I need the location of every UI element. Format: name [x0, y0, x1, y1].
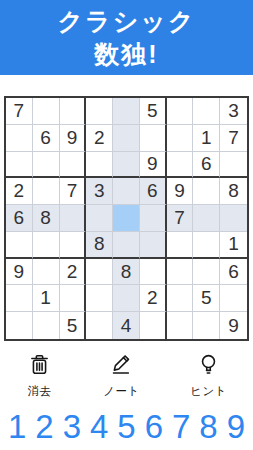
cell-r3c3[interactable] — [60, 152, 87, 179]
cell-r2c1[interactable] — [6, 125, 33, 152]
cell-r9c9[interactable]: 9 — [220, 312, 247, 339]
cell-r8c7[interactable] — [167, 285, 194, 312]
cell-r6c6[interactable] — [140, 232, 167, 259]
cell-r6c4[interactable]: 8 — [86, 232, 113, 259]
cell-r5c4[interactable] — [86, 205, 113, 232]
cell-r8c4[interactable] — [86, 285, 113, 312]
cell-r7c8[interactable] — [193, 259, 220, 286]
cell-r1c2[interactable] — [33, 98, 60, 125]
cell-r5c8[interactable] — [193, 205, 220, 232]
cell-r9c5[interactable]: 4 — [113, 312, 140, 339]
numpad-button-4[interactable]: 4 — [90, 408, 108, 446]
sudoku-grid: 7536921796273698687819286125549 — [4, 96, 249, 341]
cell-r4c9[interactable]: 8 — [220, 178, 247, 205]
cell-r5c3[interactable] — [60, 205, 87, 232]
board-area: 7536921796273698687819286125549 — [4, 96, 249, 341]
cell-r6c7[interactable] — [167, 232, 194, 259]
erase-button[interactable]: 消去 — [26, 351, 53, 399]
cell-r4c6[interactable]: 6 — [140, 178, 167, 205]
numpad-button-3[interactable]: 3 — [63, 408, 81, 446]
cell-r1c7[interactable] — [167, 98, 194, 125]
cell-r8c2[interactable]: 1 — [33, 285, 60, 312]
cell-r5c9[interactable] — [220, 205, 247, 232]
hint-button[interactable]: ヒント — [190, 351, 227, 399]
cell-r9c2[interactable] — [33, 312, 60, 339]
app-screen: クラシック 数独! 753692179627369868781928612554… — [0, 0, 253, 450]
cell-r3c2[interactable] — [33, 152, 60, 179]
cell-r8c3[interactable] — [60, 285, 87, 312]
cell-r8c9[interactable] — [220, 285, 247, 312]
cell-r5c6[interactable] — [140, 205, 167, 232]
cell-r3c7[interactable] — [167, 152, 194, 179]
numpad-button-2[interactable]: 2 — [35, 408, 53, 446]
cell-r7c9[interactable]: 6 — [220, 259, 247, 286]
app-header: クラシック 数独! — [0, 0, 253, 75]
cell-r8c8[interactable]: 5 — [193, 285, 220, 312]
cell-r2c7[interactable] — [167, 125, 194, 152]
numpad-button-7[interactable]: 7 — [172, 408, 190, 446]
trash-icon — [26, 351, 53, 382]
cell-r6c8[interactable] — [193, 232, 220, 259]
cell-r7c1[interactable]: 9 — [6, 259, 33, 286]
cell-r7c6[interactable] — [140, 259, 167, 286]
cell-r9c7[interactable] — [167, 312, 194, 339]
cell-r7c7[interactable] — [167, 259, 194, 286]
numpad-button-1[interactable]: 1 — [8, 408, 26, 446]
cell-r6c1[interactable] — [6, 232, 33, 259]
numpad-button-9[interactable]: 9 — [227, 408, 245, 446]
cell-r8c1[interactable] — [6, 285, 33, 312]
cell-r6c5[interactable] — [113, 232, 140, 259]
cell-r5c2[interactable]: 8 — [33, 205, 60, 232]
cell-r5c5[interactable] — [113, 205, 140, 232]
cell-r1c5[interactable] — [113, 98, 140, 125]
cell-r5c1[interactable]: 6 — [6, 205, 33, 232]
cell-r1c9[interactable]: 3 — [220, 98, 247, 125]
app-title-line2: 数独! — [94, 38, 158, 71]
cell-r1c8[interactable] — [193, 98, 220, 125]
cell-r4c1[interactable]: 2 — [6, 178, 33, 205]
cell-r9c6[interactable] — [140, 312, 167, 339]
cell-r6c9[interactable]: 1 — [220, 232, 247, 259]
note-label: ノート — [103, 384, 140, 399]
cell-r7c2[interactable] — [33, 259, 60, 286]
cell-r1c1[interactable]: 7 — [6, 98, 33, 125]
numpad-button-8[interactable]: 8 — [199, 408, 217, 446]
cell-r6c3[interactable] — [60, 232, 87, 259]
cell-r9c8[interactable] — [193, 312, 220, 339]
cell-r2c8[interactable]: 1 — [193, 125, 220, 152]
numpad-button-5[interactable]: 5 — [117, 408, 135, 446]
toolbar: 消去 ノート ヒント — [0, 351, 253, 399]
cell-r1c6[interactable]: 5 — [140, 98, 167, 125]
cell-r2c5[interactable] — [113, 125, 140, 152]
cell-r2c4[interactable]: 2 — [86, 125, 113, 152]
cell-r9c4[interactable] — [86, 312, 113, 339]
note-button[interactable]: ノート — [103, 351, 140, 399]
cell-r1c4[interactable] — [86, 98, 113, 125]
cell-r3c8[interactable]: 6 — [193, 152, 220, 179]
cell-r8c5[interactable] — [113, 285, 140, 312]
cell-r8c6[interactable]: 2 — [140, 285, 167, 312]
cell-r4c2[interactable] — [33, 178, 60, 205]
cell-r9c1[interactable] — [6, 312, 33, 339]
numpad-button-6[interactable]: 6 — [145, 408, 163, 446]
cell-r3c5[interactable] — [113, 152, 140, 179]
cell-r3c9[interactable] — [220, 152, 247, 179]
app-title-line1: クラシック — [58, 5, 196, 38]
cell-r4c7[interactable]: 9 — [167, 178, 194, 205]
erase-label: 消去 — [28, 384, 52, 399]
cell-r4c8[interactable] — [193, 178, 220, 205]
cell-r2c9[interactable]: 7 — [220, 125, 247, 152]
cell-r4c4[interactable]: 3 — [86, 178, 113, 205]
lightbulb-icon — [195, 351, 222, 382]
cell-r9c3[interactable]: 5 — [60, 312, 87, 339]
hint-label: ヒント — [190, 384, 227, 399]
cell-r5c7[interactable]: 7 — [167, 205, 194, 232]
cell-r7c4[interactable] — [86, 259, 113, 286]
cell-r7c5[interactable]: 8 — [113, 259, 140, 286]
cell-r1c3[interactable] — [60, 98, 87, 125]
cell-r7c3[interactable]: 2 — [60, 259, 87, 286]
cell-r2c3[interactable]: 9 — [60, 125, 87, 152]
cell-r3c6[interactable]: 9 — [140, 152, 167, 179]
cell-r6c2[interactable] — [33, 232, 60, 259]
cell-r3c4[interactable] — [86, 152, 113, 179]
cell-r4c3[interactable]: 7 — [60, 178, 87, 205]
cell-r2c6[interactable] — [140, 125, 167, 152]
cell-r3c1[interactable] — [6, 152, 33, 179]
cell-r4c5[interactable] — [113, 178, 140, 205]
number-pad: 123456789 — [0, 408, 253, 446]
cell-r2c2[interactable]: 6 — [33, 125, 60, 152]
pencil-icon — [108, 351, 135, 382]
